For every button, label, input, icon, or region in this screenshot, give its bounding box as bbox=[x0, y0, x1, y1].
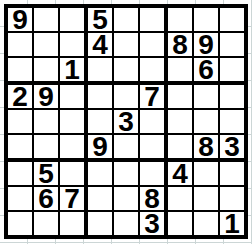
cell-r9c4-empty[interactable] bbox=[88, 212, 114, 235]
cell-r1c2-empty[interactable] bbox=[34, 8, 60, 33]
cell-r3c8-given: 6 bbox=[194, 58, 220, 85]
cell-r2c2-empty[interactable] bbox=[34, 33, 60, 58]
cell-r7c7-given: 4 bbox=[168, 162, 194, 187]
cell-r8c2-given: 6 bbox=[34, 187, 60, 212]
cell-r5c1-empty[interactable] bbox=[8, 110, 34, 135]
sudoku-board: 954891629739835467831 bbox=[4, 4, 248, 239]
cell-r7c5-empty[interactable] bbox=[114, 162, 140, 187]
cell-r4c3-empty[interactable] bbox=[60, 85, 88, 110]
cell-r9c7-empty[interactable] bbox=[168, 212, 194, 235]
cell-r8c3-given: 7 bbox=[60, 187, 88, 212]
cell-r5c5-given: 3 bbox=[114, 110, 140, 135]
cell-r7c8-empty[interactable] bbox=[194, 162, 220, 187]
cell-r8c5-empty[interactable] bbox=[114, 187, 140, 212]
cell-r3c7-empty[interactable] bbox=[168, 58, 194, 85]
cell-r2c5-empty[interactable] bbox=[114, 33, 140, 58]
cell-r6c3-empty[interactable] bbox=[60, 135, 88, 162]
cell-r6c8-given: 8 bbox=[194, 135, 220, 162]
cell-r3c5-empty[interactable] bbox=[114, 58, 140, 85]
cell-r9c9-given: 1 bbox=[220, 212, 244, 235]
cell-r4c9-empty[interactable] bbox=[220, 85, 244, 110]
cell-r1c1-given: 9 bbox=[8, 8, 34, 33]
cell-r8c1-empty[interactable] bbox=[8, 187, 34, 212]
cell-r3c4-empty[interactable] bbox=[88, 58, 114, 85]
cell-r9c3-empty[interactable] bbox=[60, 212, 88, 235]
cell-r3c9-empty[interactable] bbox=[220, 58, 244, 85]
cell-r7c4-empty[interactable] bbox=[88, 162, 114, 187]
cell-r8c7-empty[interactable] bbox=[168, 187, 194, 212]
cell-r3c3-given: 1 bbox=[60, 58, 88, 85]
spreadsheet-background: 954891629739835467831 bbox=[0, 0, 252, 244]
cell-r9c8-empty[interactable] bbox=[194, 212, 220, 235]
cell-r6c5-empty[interactable] bbox=[114, 135, 140, 162]
cell-r9c1-empty[interactable] bbox=[8, 212, 34, 235]
cell-r7c9-empty[interactable] bbox=[220, 162, 244, 187]
cell-r1c6-empty[interactable] bbox=[140, 8, 168, 33]
cell-r4c8-empty[interactable] bbox=[194, 85, 220, 110]
cell-r7c1-empty[interactable] bbox=[8, 162, 34, 187]
cell-r4c1-given: 2 bbox=[8, 85, 34, 110]
cell-r6c1-empty[interactable] bbox=[8, 135, 34, 162]
cell-r6c4-given: 9 bbox=[88, 135, 114, 162]
cell-r5c3-empty[interactable] bbox=[60, 110, 88, 135]
cell-r9c2-empty[interactable] bbox=[34, 212, 60, 235]
cell-r2c6-empty[interactable] bbox=[140, 33, 168, 58]
cell-r2c7-given: 8 bbox=[168, 33, 194, 58]
cell-r6c9-given: 3 bbox=[220, 135, 244, 162]
cell-r4c7-empty[interactable] bbox=[168, 85, 194, 110]
cell-r8c8-empty[interactable] bbox=[194, 187, 220, 212]
cell-r2c1-empty[interactable] bbox=[8, 33, 34, 58]
cell-r1c5-empty[interactable] bbox=[114, 8, 140, 33]
cell-r4c6-given: 7 bbox=[140, 85, 168, 110]
cell-r8c4-empty[interactable] bbox=[88, 187, 114, 212]
cell-r1c9-empty[interactable] bbox=[220, 8, 244, 33]
cell-r5c7-empty[interactable] bbox=[168, 110, 194, 135]
cell-r2c9-empty[interactable] bbox=[220, 33, 244, 58]
cell-r9c5-empty[interactable] bbox=[114, 212, 140, 235]
cell-r4c4-empty[interactable] bbox=[88, 85, 114, 110]
cell-r6c6-empty[interactable] bbox=[140, 135, 168, 162]
cell-r2c4-given: 4 bbox=[88, 33, 114, 58]
cell-r9c6-given: 3 bbox=[140, 212, 168, 235]
cell-r5c2-empty[interactable] bbox=[34, 110, 60, 135]
cell-r4c2-given: 9 bbox=[34, 85, 60, 110]
cell-r5c6-empty[interactable] bbox=[140, 110, 168, 135]
cell-r1c3-empty[interactable] bbox=[60, 8, 88, 33]
